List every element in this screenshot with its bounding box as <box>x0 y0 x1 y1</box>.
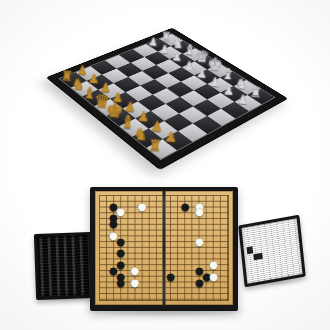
go-stone-white: ● <box>209 260 218 270</box>
go-stone-black: ● <box>166 272 175 282</box>
black-stone-tray <box>34 232 94 300</box>
go-board: ●●●●●●●●●●●●●●●●●●●●●●●● <box>90 187 238 311</box>
go-stone-black: ● <box>195 278 204 288</box>
go-stone-black: ● <box>116 237 125 247</box>
go-stone-white: ● <box>195 207 204 217</box>
go-stone-white: ● <box>130 278 139 288</box>
go-stone-black: ● <box>109 219 118 229</box>
chess-set-photo: ♜♞♝♛♚♝♞♜♟♟♟♟♟♟♟♟♟♟♟♟♟♟♟♟♜♞♝♛♚♝♞♜ <box>75 0 259 180</box>
go-stone-black: ● <box>116 278 125 288</box>
go-board-surface: ●●●●●●●●●●●●●●●●●●●●●●●● <box>95 191 233 305</box>
chess-piece-gold-rook: ♜ <box>144 137 167 154</box>
chess-grid: ♜♞♝♛♚♝♞♜♟♟♟♟♟♟♟♟♟♟♟♟♟♟♟♟♜♞♝♛♚♝♞♜ <box>60 34 274 159</box>
go-stone-black: ● <box>116 248 125 258</box>
chess-board: ♜♞♝♛♚♝♞♜♟♟♟♟♟♟♟♟♟♟♟♟♟♟♟♟♜♞♝♛♚♝♞♜ <box>47 28 287 169</box>
chess-square <box>117 63 143 77</box>
chess-piece-silver-pawn: ♟ <box>232 93 252 107</box>
go-stone-white: ● <box>130 266 139 276</box>
white-stone-tray <box>238 215 306 288</box>
go-stone-white: ● <box>138 202 147 212</box>
product-photo: ♜♞♝♛♚♝♞♜♟♟♟♟♟♟♟♟♟♟♟♟♟♟♟♟♜♞♝♛♚♝♞♜ ●●●●●●●… <box>0 0 330 330</box>
go-stone-black: ● <box>181 202 190 212</box>
go-stone-white: ● <box>209 272 218 282</box>
go-board-hinge <box>163 187 166 311</box>
go-stone-white: ● <box>195 237 204 247</box>
